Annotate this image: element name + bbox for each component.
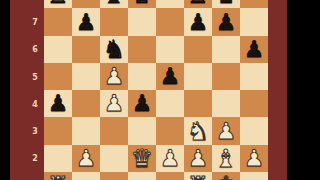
square-b8[interactable] bbox=[72, 0, 100, 8]
white-knight-f3[interactable]: ♞ bbox=[187, 119, 209, 144]
square-g4[interactable] bbox=[212, 90, 240, 117]
square-e7[interactable] bbox=[156, 8, 184, 35]
square-e8[interactable] bbox=[156, 0, 184, 8]
square-c4[interactable]: ♟ bbox=[100, 90, 128, 117]
screenshot-stage: ♜♝♛♜♚♟♟♟♞♟♟♟♟♟♟♞♟♟♛♟♟♝♟♜♜♚ 765432 bbox=[0, 0, 320, 180]
rank-label-2: 2 bbox=[28, 154, 42, 163]
square-g1[interactable]: ♚ bbox=[212, 172, 240, 180]
square-b7[interactable]: ♟ bbox=[72, 8, 100, 35]
square-f8[interactable]: ♜ bbox=[184, 0, 212, 8]
white-king-g1[interactable]: ♚ bbox=[215, 173, 237, 180]
square-e3[interactable] bbox=[156, 117, 184, 144]
square-f7[interactable]: ♟ bbox=[184, 8, 212, 35]
white-pawn-f2[interactable]: ♟ bbox=[188, 147, 209, 170]
white-pawn-g3[interactable]: ♟ bbox=[216, 120, 237, 143]
square-g8[interactable]: ♚ bbox=[212, 0, 240, 8]
square-e1[interactable] bbox=[156, 172, 184, 180]
white-pawn-h2[interactable]: ♟ bbox=[244, 147, 265, 170]
square-h7[interactable] bbox=[240, 8, 268, 35]
square-a7[interactable] bbox=[44, 8, 72, 35]
square-b2[interactable]: ♟ bbox=[72, 145, 100, 172]
square-a6[interactable] bbox=[44, 36, 72, 63]
white-rook-a1[interactable]: ♜ bbox=[47, 173, 69, 180]
rank-label-3: 3 bbox=[28, 127, 42, 136]
square-a4[interactable]: ♟ bbox=[44, 90, 72, 117]
square-d2[interactable]: ♛ bbox=[128, 145, 156, 172]
square-c7[interactable] bbox=[100, 8, 128, 35]
black-pawn-d4[interactable]: ♟ bbox=[132, 92, 153, 115]
square-b5[interactable] bbox=[72, 63, 100, 90]
square-c2[interactable] bbox=[100, 145, 128, 172]
square-e5[interactable]: ♟ bbox=[156, 63, 184, 90]
black-king-g8[interactable]: ♚ bbox=[215, 0, 237, 7]
square-b4[interactable] bbox=[72, 90, 100, 117]
square-d4[interactable]: ♟ bbox=[128, 90, 156, 117]
black-pawn-e5[interactable]: ♟ bbox=[160, 65, 181, 88]
white-pawn-b2[interactable]: ♟ bbox=[76, 147, 97, 170]
black-rook-a8[interactable]: ♜ bbox=[47, 0, 69, 7]
white-queen-d2[interactable]: ♛ bbox=[131, 146, 153, 171]
square-f4[interactable] bbox=[184, 90, 212, 117]
square-e2[interactable]: ♟ bbox=[156, 145, 184, 172]
square-h3[interactable] bbox=[240, 117, 268, 144]
square-c6[interactable]: ♞ bbox=[100, 36, 128, 63]
square-a2[interactable] bbox=[44, 145, 72, 172]
square-h5[interactable] bbox=[240, 63, 268, 90]
square-c3[interactable] bbox=[100, 117, 128, 144]
square-c1[interactable] bbox=[100, 172, 128, 180]
square-h8[interactable] bbox=[240, 0, 268, 8]
square-d1[interactable] bbox=[128, 172, 156, 180]
square-f3[interactable]: ♞ bbox=[184, 117, 212, 144]
square-g6[interactable] bbox=[212, 36, 240, 63]
square-d8[interactable]: ♛ bbox=[128, 0, 156, 8]
square-a8[interactable]: ♜ bbox=[44, 0, 72, 8]
square-d3[interactable] bbox=[128, 117, 156, 144]
white-pawn-e2[interactable]: ♟ bbox=[160, 147, 181, 170]
square-d7[interactable] bbox=[128, 8, 156, 35]
square-f5[interactable] bbox=[184, 63, 212, 90]
square-g3[interactable]: ♟ bbox=[212, 117, 240, 144]
square-c8[interactable]: ♝ bbox=[100, 0, 128, 8]
black-pawn-a4[interactable]: ♟ bbox=[48, 92, 69, 115]
black-knight-c6[interactable]: ♞ bbox=[103, 37, 125, 62]
square-g5[interactable] bbox=[212, 63, 240, 90]
square-g7[interactable]: ♟ bbox=[212, 8, 240, 35]
rank-label-4: 4 bbox=[28, 99, 42, 108]
square-d6[interactable] bbox=[128, 36, 156, 63]
white-pawn-c4[interactable]: ♟ bbox=[104, 92, 125, 115]
square-h6[interactable]: ♟ bbox=[240, 36, 268, 63]
black-pawn-h6[interactable]: ♟ bbox=[244, 38, 265, 61]
white-rook-f1[interactable]: ♜ bbox=[187, 173, 209, 180]
square-e4[interactable] bbox=[156, 90, 184, 117]
black-pawn-b7[interactable]: ♟ bbox=[76, 11, 97, 34]
square-f6[interactable] bbox=[184, 36, 212, 63]
black-rook-f8[interactable]: ♜ bbox=[187, 0, 209, 7]
rank-label-7: 7 bbox=[28, 18, 42, 27]
square-c5[interactable]: ♟ bbox=[100, 63, 128, 90]
square-a1[interactable]: ♜ bbox=[44, 172, 72, 180]
square-g2[interactable]: ♝ bbox=[212, 145, 240, 172]
square-f1[interactable]: ♜ bbox=[184, 172, 212, 180]
square-h1[interactable] bbox=[240, 172, 268, 180]
square-d5[interactable] bbox=[128, 63, 156, 90]
black-queen-d8[interactable]: ♛ bbox=[131, 0, 153, 7]
square-f2[interactable]: ♟ bbox=[184, 145, 212, 172]
white-bishop-g2[interactable]: ♝ bbox=[215, 146, 237, 171]
square-h4[interactable] bbox=[240, 90, 268, 117]
square-b6[interactable] bbox=[72, 36, 100, 63]
rank-label-6: 6 bbox=[28, 45, 42, 54]
rank-label-5: 5 bbox=[28, 72, 42, 81]
square-h2[interactable]: ♟ bbox=[240, 145, 268, 172]
chess-board[interactable]: ♜♝♛♜♚♟♟♟♞♟♟♟♟♟♟♞♟♟♛♟♟♝♟♜♜♚ bbox=[44, 0, 268, 180]
black-bishop-c8[interactable]: ♝ bbox=[103, 0, 125, 7]
square-a3[interactable] bbox=[44, 117, 72, 144]
square-b3[interactable] bbox=[72, 117, 100, 144]
square-b1[interactable] bbox=[72, 172, 100, 180]
white-pawn-c5[interactable]: ♟ bbox=[104, 65, 125, 88]
black-pawn-f7[interactable]: ♟ bbox=[188, 11, 209, 34]
square-e6[interactable] bbox=[156, 36, 184, 63]
black-pawn-g7[interactable]: ♟ bbox=[216, 11, 237, 34]
square-a5[interactable] bbox=[44, 63, 72, 90]
